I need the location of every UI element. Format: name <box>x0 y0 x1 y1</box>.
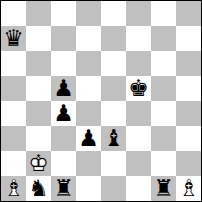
square-b4[interactable] <box>26 101 51 126</box>
square-f2[interactable] <box>126 151 151 176</box>
piece-black-rook-g1[interactable]: ♜ <box>151 176 176 201</box>
square-a7[interactable]: ♛ <box>1 26 26 51</box>
square-d8[interactable] <box>76 1 101 26</box>
square-c1[interactable]: ♜ <box>51 176 76 201</box>
square-f1[interactable] <box>126 176 151 201</box>
square-c5[interactable]: ♟ <box>51 76 76 101</box>
square-a6[interactable] <box>1 51 26 76</box>
square-a4[interactable] <box>1 101 26 126</box>
square-b6[interactable] <box>26 51 51 76</box>
square-g2[interactable] <box>151 151 176 176</box>
square-d3[interactable]: ♟ <box>76 126 101 151</box>
square-h6[interactable] <box>176 51 201 76</box>
square-g3[interactable] <box>151 126 176 151</box>
square-g6[interactable] <box>151 51 176 76</box>
square-g4[interactable] <box>151 101 176 126</box>
square-h1[interactable]: ♝♗ <box>176 176 201 201</box>
square-g8[interactable] <box>151 1 176 26</box>
square-g1[interactable]: ♜ <box>151 176 176 201</box>
square-e6[interactable] <box>101 51 126 76</box>
square-e8[interactable] <box>101 1 126 26</box>
piece-black-king-f5[interactable]: ♚ <box>126 76 151 101</box>
square-b8[interactable] <box>26 1 51 26</box>
square-d7[interactable] <box>76 26 101 51</box>
square-e4[interactable] <box>101 101 126 126</box>
square-e3[interactable]: ♝ <box>101 126 126 151</box>
chess-board: ♛♟♚♟♟♝♚♔♝♗♞♜♜♝♗ <box>0 0 202 202</box>
square-b2[interactable]: ♚♔ <box>26 151 51 176</box>
piece-black-bishop-e3[interactable]: ♝ <box>101 126 126 151</box>
square-h4[interactable] <box>176 101 201 126</box>
piece-white-king-b2[interactable]: ♚♔ <box>26 151 51 176</box>
square-h8[interactable] <box>176 1 201 26</box>
square-f5[interactable]: ♚ <box>126 76 151 101</box>
square-f7[interactable] <box>126 26 151 51</box>
square-h5[interactable] <box>176 76 201 101</box>
square-c8[interactable] <box>51 1 76 26</box>
square-e1[interactable] <box>101 176 126 201</box>
square-f8[interactable] <box>126 1 151 26</box>
piece-black-pawn-c5[interactable]: ♟ <box>51 76 76 101</box>
white-bishop-icon: ♗ <box>176 176 201 201</box>
square-c7[interactable] <box>51 26 76 51</box>
piece-black-queen-a7[interactable]: ♛ <box>1 26 26 51</box>
square-e2[interactable] <box>101 151 126 176</box>
white-king-icon: ♔ <box>26 151 51 176</box>
square-g7[interactable] <box>151 26 176 51</box>
square-c4[interactable]: ♟ <box>51 101 76 126</box>
piece-black-knight-b1[interactable]: ♞ <box>26 176 51 201</box>
square-b3[interactable] <box>26 126 51 151</box>
square-b1[interactable]: ♞ <box>26 176 51 201</box>
square-d4[interactable] <box>76 101 101 126</box>
piece-black-pawn-d3[interactable]: ♟ <box>76 126 101 151</box>
square-d1[interactable] <box>76 176 101 201</box>
square-c6[interactable] <box>51 51 76 76</box>
square-d2[interactable] <box>76 151 101 176</box>
piece-black-rook-c1[interactable]: ♜ <box>51 176 76 201</box>
square-d5[interactable] <box>76 76 101 101</box>
square-f3[interactable] <box>126 126 151 151</box>
square-a5[interactable] <box>1 76 26 101</box>
square-h2[interactable] <box>176 151 201 176</box>
square-c3[interactable] <box>51 126 76 151</box>
square-h7[interactable] <box>176 26 201 51</box>
piece-white-bishop-a1[interactable]: ♝♗ <box>1 176 26 201</box>
square-c2[interactable] <box>51 151 76 176</box>
square-a8[interactable] <box>1 1 26 26</box>
square-h3[interactable] <box>176 126 201 151</box>
piece-black-pawn-c4[interactable]: ♟ <box>51 101 76 126</box>
square-d6[interactable] <box>76 51 101 76</box>
square-a3[interactable] <box>1 126 26 151</box>
square-e7[interactable] <box>101 26 126 51</box>
square-e5[interactable] <box>101 76 126 101</box>
piece-white-bishop-h1[interactable]: ♝♗ <box>176 176 201 201</box>
square-g5[interactable] <box>151 76 176 101</box>
square-f6[interactable] <box>126 51 151 76</box>
square-f4[interactable] <box>126 101 151 126</box>
square-a2[interactable] <box>1 151 26 176</box>
square-b5[interactable] <box>26 76 51 101</box>
square-a1[interactable]: ♝♗ <box>1 176 26 201</box>
square-b7[interactable] <box>26 26 51 51</box>
white-bishop-icon: ♗ <box>1 176 26 201</box>
